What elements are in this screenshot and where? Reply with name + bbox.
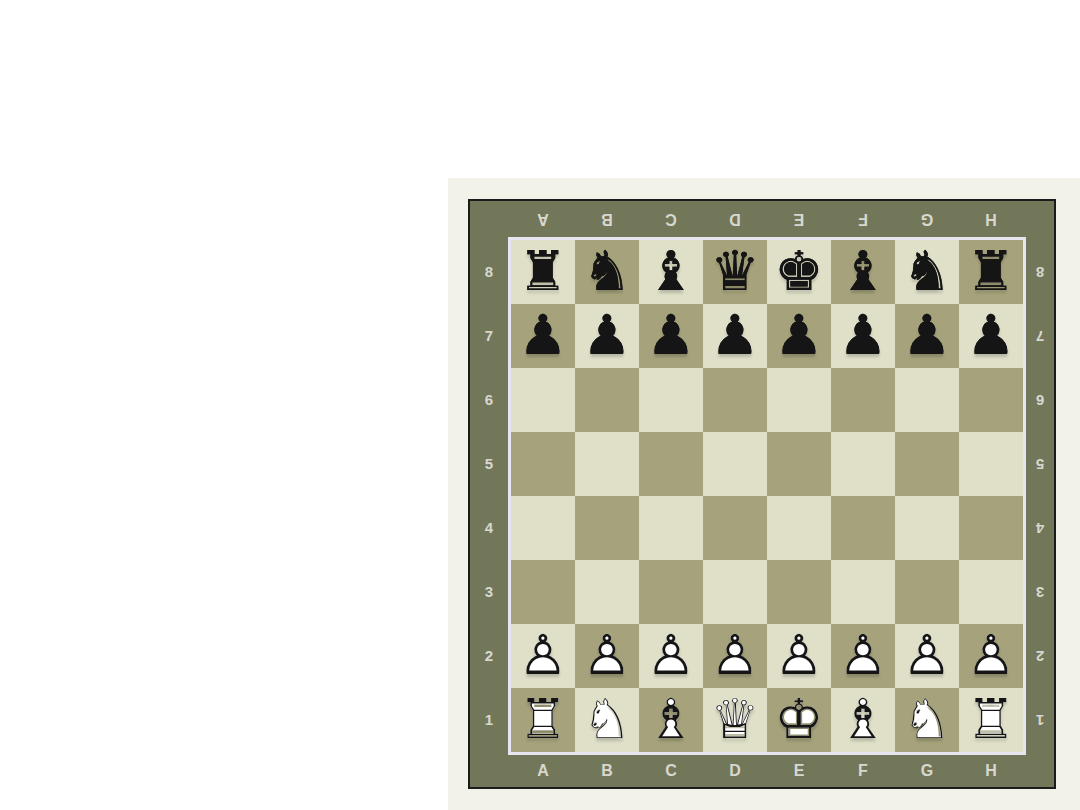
square-a5[interactable] bbox=[511, 432, 575, 496]
piece-outline-glyph: ♙ bbox=[639, 624, 703, 688]
file-label-d-bottom: D bbox=[703, 763, 767, 779]
piece-bP-d7: ♟♟ bbox=[703, 304, 767, 368]
square-a3[interactable] bbox=[511, 560, 575, 624]
square-c1[interactable]: ♝♗ bbox=[639, 688, 703, 752]
piece-wP-h2: ♟♙ bbox=[959, 624, 1023, 688]
piece-wP-f2: ♟♙ bbox=[831, 624, 895, 688]
file-label-h-bottom: H bbox=[959, 763, 1023, 779]
piece-outline-glyph: ♟ bbox=[575, 304, 639, 368]
square-a1[interactable]: ♜♖ bbox=[511, 688, 575, 752]
file-label-h-top: H bbox=[959, 211, 1023, 227]
square-c5[interactable] bbox=[639, 432, 703, 496]
piece-wP-b2: ♟♙ bbox=[575, 624, 639, 688]
piece-outline-glyph: ♔ bbox=[767, 688, 831, 752]
rank-label-3-right: 3 bbox=[1036, 560, 1044, 624]
piece-wB-c1: ♝♗ bbox=[639, 688, 703, 752]
square-g8[interactable]: ♞♞ bbox=[895, 240, 959, 304]
square-e7[interactable]: ♟♟ bbox=[767, 304, 831, 368]
rank-label-6-right: 6 bbox=[1036, 368, 1044, 432]
square-g7[interactable]: ♟♟ bbox=[895, 304, 959, 368]
square-e8[interactable]: ♚♚ bbox=[767, 240, 831, 304]
rank-label-2-left: 2 bbox=[485, 624, 493, 688]
rank-label-5-left: 5 bbox=[485, 432, 493, 496]
rank-label-1-left: 1 bbox=[485, 688, 493, 752]
board-grid: ♜♜♞♞♝♝♛♛♚♚♝♝♞♞♜♜♟♟♟♟♟♟♟♟♟♟♟♟♟♟♟♟♟♙♟♙♟♙♟♙… bbox=[508, 237, 1026, 755]
square-d7[interactable]: ♟♟ bbox=[703, 304, 767, 368]
rank-label-7-left: 7 bbox=[485, 304, 493, 368]
square-e3[interactable] bbox=[767, 560, 831, 624]
square-h8[interactable]: ♜♜ bbox=[959, 240, 1023, 304]
square-e5[interactable] bbox=[767, 432, 831, 496]
square-b3[interactable] bbox=[575, 560, 639, 624]
piece-bB-f8: ♝♝ bbox=[831, 240, 895, 304]
piece-wP-d2: ♟♙ bbox=[703, 624, 767, 688]
piece-outline-glyph: ♘ bbox=[895, 688, 959, 752]
square-b6[interactable] bbox=[575, 368, 639, 432]
piece-outline-glyph: ♟ bbox=[895, 304, 959, 368]
rank-label-4-left: 4 bbox=[485, 496, 493, 560]
piece-bP-e7: ♟♟ bbox=[767, 304, 831, 368]
piece-wP-e2: ♟♙ bbox=[767, 624, 831, 688]
square-b7[interactable]: ♟♟ bbox=[575, 304, 639, 368]
square-f8[interactable]: ♝♝ bbox=[831, 240, 895, 304]
file-label-a-bottom: A bbox=[511, 763, 575, 779]
rank-label-2-right: 2 bbox=[1036, 624, 1044, 688]
piece-outline-glyph: ♕ bbox=[703, 688, 767, 752]
file-label-b-top: B bbox=[575, 211, 639, 227]
square-g3[interactable] bbox=[895, 560, 959, 624]
piece-wQ-d1: ♛♕ bbox=[703, 688, 767, 752]
piece-outline-glyph: ♗ bbox=[639, 688, 703, 752]
square-g2[interactable]: ♟♙ bbox=[895, 624, 959, 688]
piece-outline-glyph: ♟ bbox=[959, 304, 1023, 368]
square-e2[interactable]: ♟♙ bbox=[767, 624, 831, 688]
piece-bP-h7: ♟♟ bbox=[959, 304, 1023, 368]
square-d1[interactable]: ♛♕ bbox=[703, 688, 767, 752]
piece-outline-glyph: ♙ bbox=[511, 624, 575, 688]
square-c3[interactable] bbox=[639, 560, 703, 624]
piece-wR-h1: ♜♖ bbox=[959, 688, 1023, 752]
square-b8[interactable]: ♞♞ bbox=[575, 240, 639, 304]
piece-outline-glyph: ♚ bbox=[767, 240, 831, 304]
file-label-a-top: A bbox=[511, 211, 575, 227]
piece-wN-g1: ♞♘ bbox=[895, 688, 959, 752]
piece-outline-glyph: ♙ bbox=[575, 624, 639, 688]
square-d8[interactable]: ♛♛ bbox=[703, 240, 767, 304]
piece-wK-e1: ♚♔ bbox=[767, 688, 831, 752]
square-a4[interactable] bbox=[511, 496, 575, 560]
piece-bP-a7: ♟♟ bbox=[511, 304, 575, 368]
piece-outline-glyph: ♝ bbox=[831, 240, 895, 304]
file-label-f-top: F bbox=[831, 211, 895, 227]
piece-wN-b1: ♞♘ bbox=[575, 688, 639, 752]
square-c6[interactable] bbox=[639, 368, 703, 432]
square-c2[interactable]: ♟♙ bbox=[639, 624, 703, 688]
square-h4[interactable] bbox=[959, 496, 1023, 560]
square-d4[interactable] bbox=[703, 496, 767, 560]
piece-outline-glyph: ♙ bbox=[767, 624, 831, 688]
piece-bP-b7: ♟♟ bbox=[575, 304, 639, 368]
square-c4[interactable] bbox=[639, 496, 703, 560]
piece-outline-glyph: ♙ bbox=[895, 624, 959, 688]
piece-outline-glyph: ♖ bbox=[511, 688, 575, 752]
piece-bK-e8: ♚♚ bbox=[767, 240, 831, 304]
file-label-e-top: E bbox=[767, 211, 831, 227]
rank-labels-right: 87654321 bbox=[1026, 237, 1054, 755]
piece-outline-glyph: ♟ bbox=[831, 304, 895, 368]
rank-label-7-right: 7 bbox=[1036, 304, 1044, 368]
square-c7[interactable]: ♟♟ bbox=[639, 304, 703, 368]
piece-outline-glyph: ♟ bbox=[703, 304, 767, 368]
piece-bN-g8: ♞♞ bbox=[895, 240, 959, 304]
square-f2[interactable]: ♟♙ bbox=[831, 624, 895, 688]
square-a6[interactable] bbox=[511, 368, 575, 432]
square-d3[interactable] bbox=[703, 560, 767, 624]
piece-bN-b8: ♞♞ bbox=[575, 240, 639, 304]
piece-wB-f1: ♝♗ bbox=[831, 688, 895, 752]
file-label-g-bottom: G bbox=[895, 763, 959, 779]
file-label-b-bottom: B bbox=[575, 763, 639, 779]
square-f3[interactable] bbox=[831, 560, 895, 624]
piece-bR-h8: ♜♜ bbox=[959, 240, 1023, 304]
file-label-c-bottom: C bbox=[639, 763, 703, 779]
rank-label-4-right: 4 bbox=[1036, 496, 1044, 560]
piece-outline-glyph: ♛ bbox=[703, 240, 767, 304]
chess-board-frame: ABCDEFGH 87654321 87654321 ABCDEFGH ♜♜♞♞… bbox=[468, 199, 1056, 789]
rank-label-6-left: 6 bbox=[485, 368, 493, 432]
piece-bP-g7: ♟♟ bbox=[895, 304, 959, 368]
piece-outline-glyph: ♞ bbox=[895, 240, 959, 304]
square-f7[interactable]: ♟♟ bbox=[831, 304, 895, 368]
square-c8[interactable]: ♝♝ bbox=[639, 240, 703, 304]
square-d2[interactable]: ♟♙ bbox=[703, 624, 767, 688]
piece-bQ-d8: ♛♛ bbox=[703, 240, 767, 304]
square-f6[interactable] bbox=[831, 368, 895, 432]
square-h6[interactable] bbox=[959, 368, 1023, 432]
square-b4[interactable] bbox=[575, 496, 639, 560]
square-f1[interactable]: ♝♗ bbox=[831, 688, 895, 752]
piece-outline-glyph: ♗ bbox=[831, 688, 895, 752]
rank-label-1-right: 1 bbox=[1036, 688, 1044, 752]
piece-wR-a1: ♜♖ bbox=[511, 688, 575, 752]
square-g1[interactable]: ♞♘ bbox=[895, 688, 959, 752]
square-a8[interactable]: ♜♜ bbox=[511, 240, 575, 304]
square-a2[interactable]: ♟♙ bbox=[511, 624, 575, 688]
file-labels-top: ABCDEFGH bbox=[508, 201, 1026, 237]
file-label-d-top: D bbox=[703, 211, 767, 227]
piece-wP-a2: ♟♙ bbox=[511, 624, 575, 688]
rank-label-5-right: 5 bbox=[1036, 432, 1044, 496]
square-h5[interactable] bbox=[959, 432, 1023, 496]
square-e6[interactable] bbox=[767, 368, 831, 432]
square-d6[interactable] bbox=[703, 368, 767, 432]
square-f4[interactable] bbox=[831, 496, 895, 560]
board-panel: ABCDEFGH 87654321 87654321 ABCDEFGH ♜♜♞♞… bbox=[448, 178, 1080, 810]
piece-outline-glyph: ♞ bbox=[575, 240, 639, 304]
piece-outline-glyph: ♙ bbox=[959, 624, 1023, 688]
square-b2[interactable]: ♟♙ bbox=[575, 624, 639, 688]
rank-label-8-right: 8 bbox=[1036, 240, 1044, 304]
file-label-c-top: C bbox=[639, 211, 703, 227]
square-h2[interactable]: ♟♙ bbox=[959, 624, 1023, 688]
piece-bP-c7: ♟♟ bbox=[639, 304, 703, 368]
piece-outline-glyph: ♜ bbox=[511, 240, 575, 304]
rank-label-8-left: 8 bbox=[485, 240, 493, 304]
piece-bP-f7: ♟♟ bbox=[831, 304, 895, 368]
piece-wP-g2: ♟♙ bbox=[895, 624, 959, 688]
piece-bB-c8: ♝♝ bbox=[639, 240, 703, 304]
piece-outline-glyph: ♟ bbox=[511, 304, 575, 368]
square-b5[interactable] bbox=[575, 432, 639, 496]
piece-outline-glyph: ♖ bbox=[959, 688, 1023, 752]
square-g5[interactable] bbox=[895, 432, 959, 496]
file-labels-bottom: ABCDEFGH bbox=[508, 755, 1026, 787]
file-label-g-top: G bbox=[895, 211, 959, 227]
piece-outline-glyph: ♟ bbox=[639, 304, 703, 368]
square-g6[interactable] bbox=[895, 368, 959, 432]
piece-outline-glyph: ♙ bbox=[703, 624, 767, 688]
file-label-f-bottom: F bbox=[831, 763, 895, 779]
piece-wP-c2: ♟♙ bbox=[639, 624, 703, 688]
piece-outline-glyph: ♟ bbox=[767, 304, 831, 368]
piece-outline-glyph: ♙ bbox=[831, 624, 895, 688]
square-h7[interactable]: ♟♟ bbox=[959, 304, 1023, 368]
square-b1[interactable]: ♞♘ bbox=[575, 688, 639, 752]
piece-bR-a8: ♜♜ bbox=[511, 240, 575, 304]
square-g4[interactable] bbox=[895, 496, 959, 560]
square-a7[interactable]: ♟♟ bbox=[511, 304, 575, 368]
piece-outline-glyph: ♝ bbox=[639, 240, 703, 304]
square-e4[interactable] bbox=[767, 496, 831, 560]
piece-outline-glyph: ♜ bbox=[959, 240, 1023, 304]
square-h3[interactable] bbox=[959, 560, 1023, 624]
square-e1[interactable]: ♚♔ bbox=[767, 688, 831, 752]
rank-label-3-left: 3 bbox=[485, 560, 493, 624]
square-d5[interactable] bbox=[703, 432, 767, 496]
square-f5[interactable] bbox=[831, 432, 895, 496]
file-label-e-bottom: E bbox=[767, 763, 831, 779]
rank-labels-left: 87654321 bbox=[470, 237, 508, 755]
piece-outline-glyph: ♘ bbox=[575, 688, 639, 752]
square-h1[interactable]: ♜♖ bbox=[959, 688, 1023, 752]
